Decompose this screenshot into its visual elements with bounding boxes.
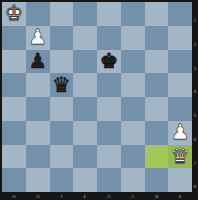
square-c2[interactable]: [121, 26, 145, 50]
rank-label: 3: [193, 52, 198, 70]
square-a8[interactable]: [168, 168, 192, 192]
square-e6[interactable]: [73, 121, 97, 145]
piece-black-pawn[interactable]: ♟: [26, 50, 50, 74]
square-a6[interactable]: ♟: [168, 121, 192, 145]
square-f3[interactable]: [50, 50, 74, 74]
square-d1[interactable]: [97, 2, 121, 26]
square-b7[interactable]: [145, 145, 169, 169]
rank-label: 7: [193, 147, 198, 165]
square-h7[interactable]: [2, 145, 26, 169]
square-f7[interactable]: [50, 145, 74, 169]
chess-board-frame: ♚♟♟♚♛♟♛ 12345678 HGFEDCBA: [0, 0, 198, 200]
square-c3[interactable]: [121, 50, 145, 74]
square-h3[interactable]: [2, 50, 26, 74]
rank-label: 8: [193, 171, 198, 189]
piece-white-queen[interactable]: ♛: [168, 145, 192, 169]
square-h6[interactable]: [2, 121, 26, 145]
square-f8[interactable]: [50, 168, 74, 192]
square-g2[interactable]: ♟: [26, 26, 50, 50]
square-e5[interactable]: [73, 97, 97, 121]
square-h4[interactable]: [2, 73, 26, 97]
square-d8[interactable]: [97, 168, 121, 192]
square-e2[interactable]: [73, 26, 97, 50]
square-b8[interactable]: [145, 168, 169, 192]
square-g4[interactable]: [26, 73, 50, 97]
rank-label: 2: [193, 29, 198, 47]
square-c1[interactable]: [121, 2, 145, 26]
square-e1[interactable]: [73, 2, 97, 26]
rank-label: 1: [193, 5, 198, 23]
square-e7[interactable]: [73, 145, 97, 169]
board-and-ranks: ♚♟♟♚♛♟♛ 12345678: [2, 2, 198, 192]
square-d7[interactable]: [97, 145, 121, 169]
piece-white-king[interactable]: ♚: [2, 2, 26, 26]
file-label: B: [147, 193, 165, 199]
square-f2[interactable]: [50, 26, 74, 50]
square-b4[interactable]: [145, 73, 169, 97]
file-label: H: [5, 193, 23, 199]
rank-label: 4: [193, 76, 198, 94]
square-d5[interactable]: [97, 97, 121, 121]
square-e8[interactable]: [73, 168, 97, 192]
chess-board: ♚♟♟♚♛♟♛: [2, 2, 192, 192]
square-h1[interactable]: ♚: [2, 2, 26, 26]
square-g7[interactable]: [26, 145, 50, 169]
square-c6[interactable]: [121, 121, 145, 145]
file-labels: HGFEDCBA: [2, 192, 192, 200]
square-c7[interactable]: [121, 145, 145, 169]
square-d3[interactable]: ♚: [97, 50, 121, 74]
square-g6[interactable]: [26, 121, 50, 145]
piece-white-pawn[interactable]: ♟: [26, 26, 50, 50]
square-h5[interactable]: [2, 97, 26, 121]
square-a7[interactable]: ♛: [168, 145, 192, 169]
file-label: C: [124, 193, 142, 199]
piece-black-queen[interactable]: ♛: [50, 73, 74, 97]
square-d4[interactable]: [97, 73, 121, 97]
square-g5[interactable]: [26, 97, 50, 121]
square-f6[interactable]: [50, 121, 74, 145]
square-e4[interactable]: [73, 73, 97, 97]
square-f1[interactable]: [50, 2, 74, 26]
rank-label: 6: [193, 124, 198, 142]
square-b2[interactable]: [145, 26, 169, 50]
square-b5[interactable]: [145, 97, 169, 121]
square-f5[interactable]: [50, 97, 74, 121]
rank-label: 5: [193, 100, 198, 118]
square-a3[interactable]: [168, 50, 192, 74]
square-d2[interactable]: [97, 26, 121, 50]
square-b1[interactable]: [145, 2, 169, 26]
square-c5[interactable]: [121, 97, 145, 121]
file-label: A: [171, 193, 189, 199]
square-b6[interactable]: [145, 121, 169, 145]
square-a1[interactable]: [168, 2, 192, 26]
square-g1[interactable]: [26, 2, 50, 26]
square-d6[interactable]: [97, 121, 121, 145]
piece-black-king[interactable]: ♚: [97, 50, 121, 74]
square-g8[interactable]: [26, 168, 50, 192]
square-b3[interactable]: [145, 50, 169, 74]
square-h2[interactable]: [2, 26, 26, 50]
square-c4[interactable]: [121, 73, 145, 97]
square-h8[interactable]: [2, 168, 26, 192]
square-a5[interactable]: [168, 97, 192, 121]
file-label: G: [29, 193, 47, 199]
file-label: F: [52, 193, 70, 199]
square-e3[interactable]: [73, 50, 97, 74]
square-c8[interactable]: [121, 168, 145, 192]
piece-white-pawn[interactable]: ♟: [168, 121, 192, 145]
file-label: E: [76, 193, 94, 199]
square-a4[interactable]: [168, 73, 192, 97]
square-a2[interactable]: [168, 26, 192, 50]
file-label: D: [100, 193, 118, 199]
rank-labels: 12345678: [192, 2, 198, 192]
square-f4[interactable]: ♛: [50, 73, 74, 97]
square-g3[interactable]: ♟: [26, 50, 50, 74]
